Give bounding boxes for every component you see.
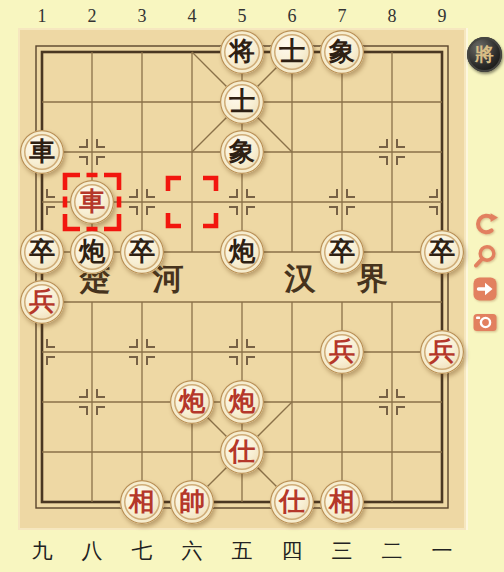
magnifier-icon[interactable] — [472, 243, 498, 269]
piece-glyph: 士 — [229, 89, 255, 116]
file-number-top: 2 — [67, 5, 117, 27]
piece-glyph: 炮 — [229, 239, 255, 266]
file-number-bottom: 四 — [267, 540, 317, 562]
piece-black-車[interactable]: 車 — [20, 130, 64, 174]
board-panel: 楚河汉界 将士象士車象車卒炮卒炮卒卒兵兵兵炮炮仕相帥仕相 — [18, 28, 468, 530]
piece-glyph: 象 — [329, 39, 355, 66]
file-number-bottom: 八 — [67, 540, 117, 562]
file-number-bottom: 二 — [367, 540, 417, 562]
file-number-top: 8 — [367, 5, 417, 27]
piece-glyph: 卒 — [429, 239, 455, 266]
piece-glyph: 相 — [129, 489, 155, 516]
piece-glyph: 卒 — [29, 239, 55, 266]
camera-icon[interactable] — [472, 309, 498, 335]
piece-glyph: 兵 — [329, 339, 355, 366]
file-number-top: 5 — [217, 5, 267, 27]
piece-glyph: 兵 — [29, 289, 55, 316]
file-number-bottom: 七 — [117, 540, 167, 562]
file-number-bottom: 一 — [417, 540, 467, 562]
piece-black-卒[interactable]: 卒 — [320, 230, 364, 274]
piece-black-炮[interactable]: 炮 — [220, 230, 264, 274]
file-number-top: 7 — [317, 5, 367, 27]
piece-glyph: 卒 — [329, 239, 355, 266]
piece-red-相[interactable]: 相 — [320, 480, 364, 524]
file-number-top: 9 — [417, 5, 467, 27]
piece-red-車[interactable]: 車 — [70, 180, 114, 224]
piece-glyph: 相 — [329, 489, 355, 516]
piece-glyph: 象 — [229, 139, 255, 166]
piece-glyph: 炮 — [229, 389, 255, 416]
piece-glyph: 炮 — [79, 239, 105, 266]
piece-black-象[interactable]: 象 — [320, 30, 364, 74]
piece-red-兵[interactable]: 兵 — [420, 330, 464, 374]
piece-glyph: 車 — [29, 139, 55, 166]
forward-arrow-icon[interactable] — [472, 276, 498, 302]
piece-black-卒[interactable]: 卒 — [420, 230, 464, 274]
xiangqi-app: 123456789 楚河汉界 将士象士車象車卒炮卒炮卒卒兵兵兵炮炮仕相帥仕相 九… — [0, 0, 504, 572]
file-number-top: 6 — [267, 5, 317, 27]
piece-red-仕[interactable]: 仕 — [220, 430, 264, 474]
piece-black-象[interactable]: 象 — [220, 130, 264, 174]
piece-glyph: 車 — [79, 189, 105, 216]
piece-glyph: 士 — [279, 39, 305, 66]
piece-glyph: 将 — [229, 39, 255, 66]
file-number-top: 1 — [17, 5, 67, 27]
piece-glyph: 仕 — [229, 439, 255, 466]
piece-glyph: 兵 — [429, 339, 455, 366]
piece-glyph: 仕 — [279, 489, 305, 516]
file-number-bottom: 六 — [167, 540, 217, 562]
piece-black-士[interactable]: 士 — [270, 30, 314, 74]
file-number-top: 3 — [117, 5, 167, 27]
piece-red-兵[interactable]: 兵 — [20, 280, 64, 324]
piece-black-卒[interactable]: 卒 — [120, 230, 164, 274]
piece-red-炮[interactable]: 炮 — [170, 380, 214, 424]
file-number-bottom: 三 — [317, 540, 367, 562]
file-number-top: 4 — [167, 5, 217, 27]
piece-black-将[interactable]: 将 — [220, 30, 264, 74]
file-number-bottom: 九 — [17, 540, 67, 562]
piece-black-卒[interactable]: 卒 — [20, 230, 64, 274]
piece-red-炮[interactable]: 炮 — [220, 380, 264, 424]
river-char: 汉 — [278, 258, 322, 300]
piece-red-帥[interactable]: 帥 — [170, 480, 214, 524]
piece-red-相[interactable]: 相 — [120, 480, 164, 524]
piece-glyph: 卒 — [129, 239, 155, 266]
piece-red-仕[interactable]: 仕 — [270, 480, 314, 524]
piece-glyph: 炮 — [179, 389, 205, 416]
piece-red-兵[interactable]: 兵 — [320, 330, 364, 374]
black-general-badge: 將 — [467, 37, 502, 72]
piece-black-士[interactable]: 士 — [220, 80, 264, 124]
piece-glyph: 帥 — [179, 489, 205, 516]
piece-black-炮[interactable]: 炮 — [70, 230, 114, 274]
undo-icon[interactable] — [472, 210, 498, 236]
file-number-bottom: 五 — [217, 540, 267, 562]
